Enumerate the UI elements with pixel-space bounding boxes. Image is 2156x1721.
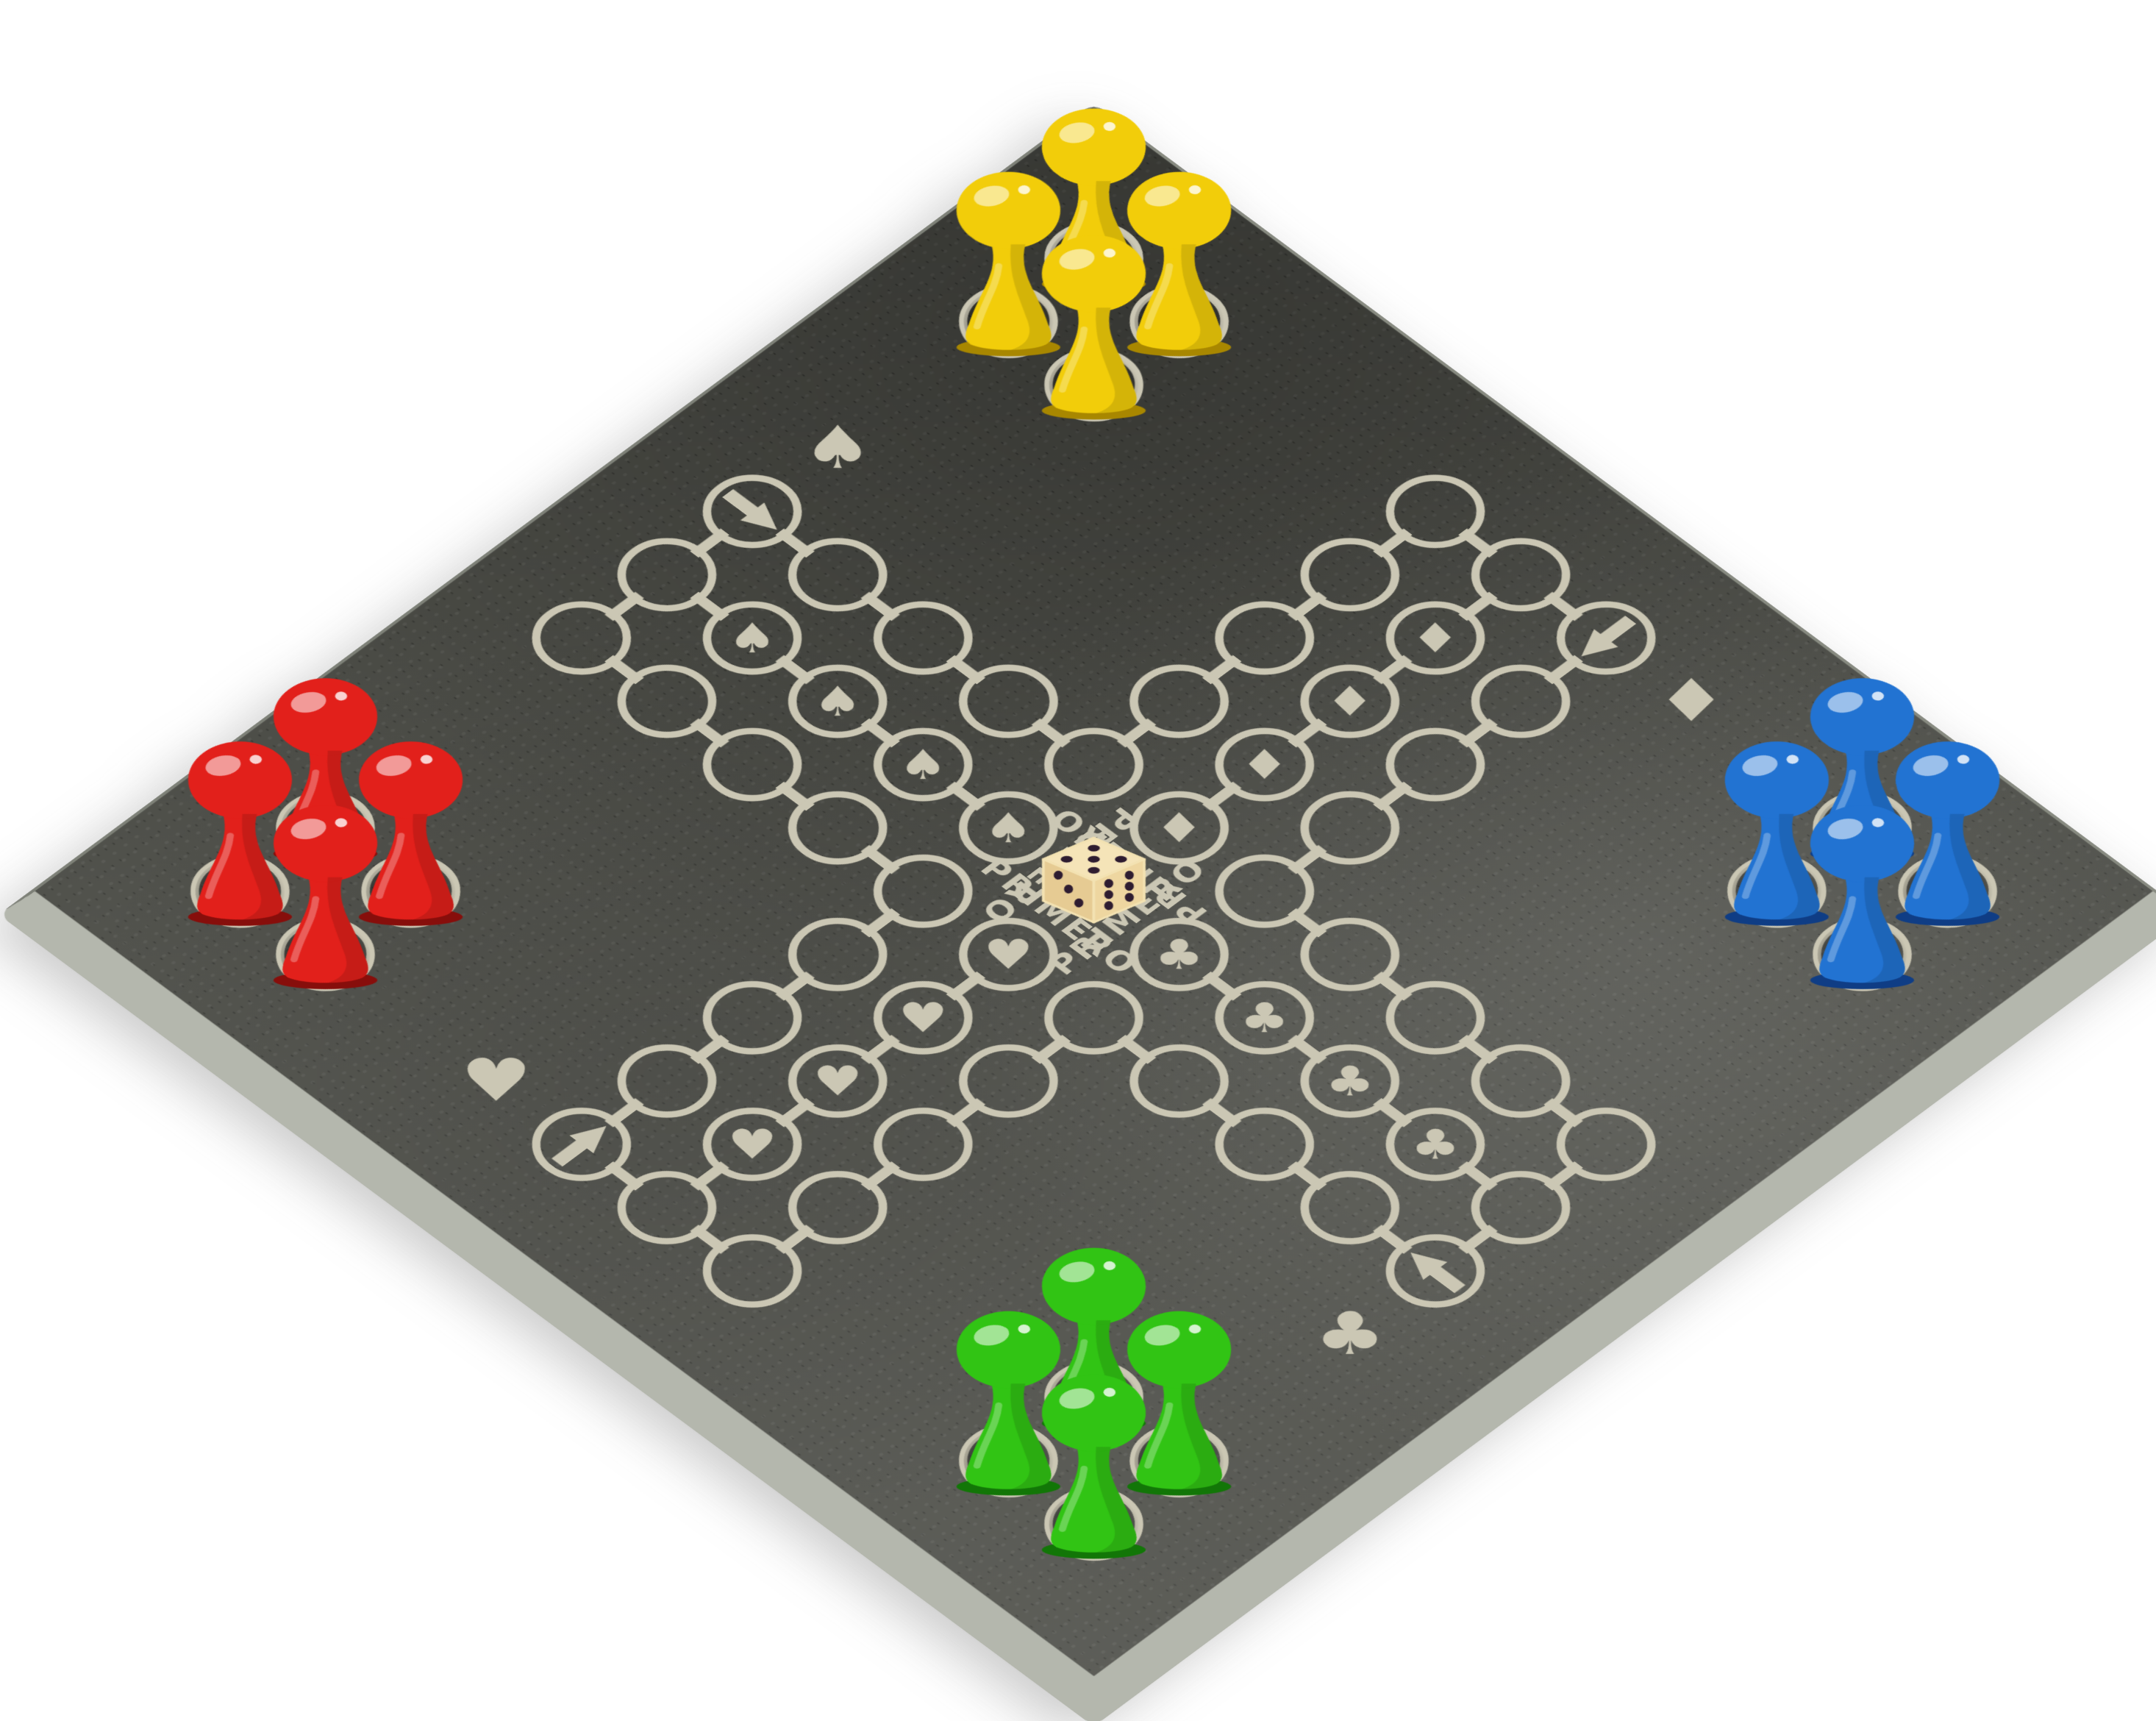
base-field-red-4[interactable] — [240, 891, 410, 1018]
pawn-yellow-4[interactable] — [1033, 215, 1154, 422]
base-field-yellow-4[interactable] — [1008, 321, 1179, 448]
ludo-board: ♠♠♠♠♠♦♦♦♦♦♣♣♣♣♣♥♥♥♥♥PRIMEROPRIMEROPRIMER… — [0, 102, 2156, 1721]
club-icon: ♣ — [1240, 997, 1290, 1038]
heart-icon: ♥ — [984, 934, 1034, 975]
center-field: PRIMEROPRIMEROPRIMEROPRIMERO — [1008, 828, 1179, 955]
board-scene: ♠♠♠♠♠♦♦♦♦♦♣♣♣♣♣♥♥♥♥♥PRIMEROPRIMEROPRIMER… — [0, 0, 2156, 1721]
heart-icon: ♥ — [727, 1124, 777, 1165]
pawn-red-4[interactable] — [265, 784, 385, 991]
die[interactable] — [1036, 833, 1152, 926]
corner-suit-yellow: ♠ — [752, 385, 923, 511]
corner-suit-red: ♥ — [411, 1018, 582, 1144]
spade-icon: ♠ — [984, 808, 1034, 849]
corner-club-icon: ♣ — [1314, 1305, 1385, 1364]
corner-heart-icon: ♥ — [460, 1052, 532, 1111]
diamond-icon: ♦ — [1325, 681, 1375, 722]
heart-icon: ♥ — [898, 997, 948, 1038]
corner-suit-green: ♣ — [1265, 1271, 1435, 1397]
diamond-icon: ♦ — [1240, 744, 1290, 785]
club-icon: ♣ — [1325, 1061, 1375, 1102]
base-field-green-4[interactable] — [1008, 1461, 1179, 1587]
diamond-icon: ♦ — [1154, 808, 1204, 849]
spade-icon: ♠ — [898, 744, 948, 785]
corner-spade-icon: ♠ — [802, 418, 874, 477]
heart-icon: ♥ — [813, 1061, 863, 1102]
base-field-blue-4[interactable] — [1777, 891, 1947, 1018]
spade-icon: ♠ — [727, 617, 777, 658]
club-icon: ♣ — [1154, 934, 1204, 975]
club-icon: ♣ — [1410, 1124, 1460, 1165]
diamond-icon: ♦ — [1410, 617, 1460, 658]
spade-icon: ♠ — [813, 681, 863, 722]
pawn-blue-4[interactable] — [1802, 784, 1922, 991]
pawn-green-4[interactable] — [1033, 1354, 1154, 1561]
